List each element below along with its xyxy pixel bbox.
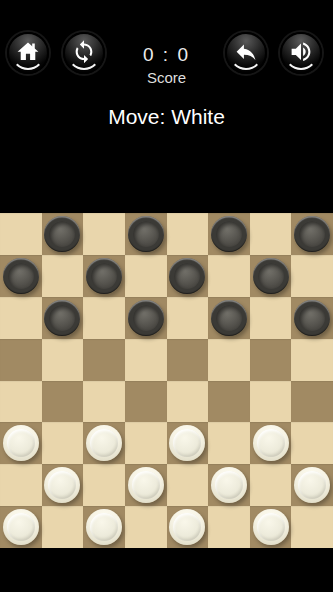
cell-d6[interactable] — [125, 297, 167, 339]
cell-c3[interactable] — [83, 422, 125, 464]
cell-b7[interactable] — [42, 255, 84, 297]
cell-a2[interactable] — [0, 464, 42, 506]
cell-e3[interactable] — [167, 422, 209, 464]
cell-f4[interactable] — [208, 381, 250, 423]
cell-h5[interactable] — [291, 339, 333, 381]
black-piece[interactable] — [294, 300, 330, 336]
board — [0, 213, 333, 548]
black-piece[interactable] — [3, 258, 39, 294]
black-piece[interactable] — [294, 216, 330, 252]
cell-b3[interactable] — [42, 422, 84, 464]
cell-b1[interactable] — [42, 506, 84, 548]
cell-f7[interactable] — [208, 255, 250, 297]
cell-c2[interactable] — [83, 464, 125, 506]
cell-e2[interactable] — [167, 464, 209, 506]
white-piece[interactable] — [86, 509, 122, 545]
cell-f2[interactable] — [208, 464, 250, 506]
score-label: Score — [110, 69, 223, 86]
white-piece[interactable] — [253, 509, 289, 545]
score-value: 0 : 0 — [110, 44, 223, 66]
cell-h6[interactable] — [291, 297, 333, 339]
cell-f3[interactable] — [208, 422, 250, 464]
cell-g1[interactable] — [250, 506, 292, 548]
cell-a5[interactable] — [0, 339, 42, 381]
black-piece[interactable] — [211, 216, 247, 252]
cell-a3[interactable] — [0, 422, 42, 464]
cell-b4[interactable] — [42, 381, 84, 423]
black-piece[interactable] — [86, 258, 122, 294]
cell-c5[interactable] — [83, 339, 125, 381]
cell-h7[interactable] — [291, 255, 333, 297]
cell-g8[interactable] — [250, 213, 292, 255]
cell-g3[interactable] — [250, 422, 292, 464]
speaker-icon — [289, 39, 314, 64]
cell-b8[interactable] — [42, 213, 84, 255]
cell-a1[interactable] — [0, 506, 42, 548]
cell-g7[interactable] — [250, 255, 292, 297]
cell-c4[interactable] — [83, 381, 125, 423]
cell-f8[interactable] — [208, 213, 250, 255]
cell-e8[interactable] — [167, 213, 209, 255]
cell-h1[interactable] — [291, 506, 333, 548]
cell-e7[interactable] — [167, 255, 209, 297]
white-piece[interactable] — [294, 467, 330, 503]
white-piece[interactable] — [211, 467, 247, 503]
cell-e1[interactable] — [167, 506, 209, 548]
sound-button[interactable] — [280, 32, 322, 74]
cell-d2[interactable] — [125, 464, 167, 506]
cell-b5[interactable] — [42, 339, 84, 381]
cell-e6[interactable] — [167, 297, 209, 339]
cell-d8[interactable] — [125, 213, 167, 255]
black-piece[interactable] — [128, 216, 164, 252]
cell-a8[interactable] — [0, 213, 42, 255]
cell-f5[interactable] — [208, 339, 250, 381]
cell-g4[interactable] — [250, 381, 292, 423]
cell-d5[interactable] — [125, 339, 167, 381]
cell-h8[interactable] — [291, 213, 333, 255]
black-piece[interactable] — [253, 258, 289, 294]
white-piece[interactable] — [169, 425, 205, 461]
white-piece[interactable] — [3, 509, 39, 545]
white-piece[interactable] — [3, 425, 39, 461]
cell-d7[interactable] — [125, 255, 167, 297]
cell-d4[interactable] — [125, 381, 167, 423]
cell-c6[interactable] — [83, 297, 125, 339]
cell-g2[interactable] — [250, 464, 292, 506]
cell-h2[interactable] — [291, 464, 333, 506]
cell-c1[interactable] — [83, 506, 125, 548]
cell-d3[interactable] — [125, 422, 167, 464]
score-display: 0 : 0 Score — [110, 44, 223, 86]
cell-h4[interactable] — [291, 381, 333, 423]
cell-a4[interactable] — [0, 381, 42, 423]
cell-a7[interactable] — [0, 255, 42, 297]
cell-b2[interactable] — [42, 464, 84, 506]
white-piece[interactable] — [128, 467, 164, 503]
black-piece[interactable] — [211, 300, 247, 336]
restart-icon — [72, 39, 97, 64]
cell-f6[interactable] — [208, 297, 250, 339]
cell-c7[interactable] — [83, 255, 125, 297]
checkers-app: 0 : 0 Score Move: White — [0, 0, 333, 592]
restart-button[interactable] — [63, 32, 105, 74]
cell-g5[interactable] — [250, 339, 292, 381]
undo-button[interactable] — [225, 32, 267, 74]
white-piece[interactable] — [169, 509, 205, 545]
black-piece[interactable] — [44, 300, 80, 336]
cell-d1[interactable] — [125, 506, 167, 548]
cell-a6[interactable] — [0, 297, 42, 339]
cell-e4[interactable] — [167, 381, 209, 423]
black-piece[interactable] — [44, 216, 80, 252]
white-piece[interactable] — [44, 467, 80, 503]
cell-c8[interactable] — [83, 213, 125, 255]
undo-icon — [234, 39, 259, 64]
home-button[interactable] — [7, 32, 49, 74]
cell-e5[interactable] — [167, 339, 209, 381]
black-piece[interactable] — [169, 258, 205, 294]
white-piece[interactable] — [86, 425, 122, 461]
black-piece[interactable] — [128, 300, 164, 336]
cell-b6[interactable] — [42, 297, 84, 339]
cell-h3[interactable] — [291, 422, 333, 464]
move-indicator: Move: White — [0, 105, 333, 129]
cell-f1[interactable] — [208, 506, 250, 548]
white-piece[interactable] — [253, 425, 289, 461]
home-icon — [16, 39, 41, 64]
cell-g6[interactable] — [250, 297, 292, 339]
